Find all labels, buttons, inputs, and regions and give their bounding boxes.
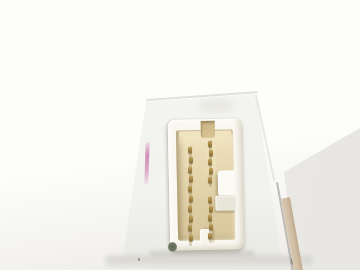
green-smudge (168, 242, 177, 252)
pin-left (189, 176, 193, 182)
pin-right (209, 224, 213, 230)
pin-right (208, 141, 212, 147)
pin-right (208, 159, 212, 165)
dust-speck-left (138, 258, 140, 261)
side-key-tab-lower (215, 195, 235, 210)
pin-left (188, 225, 192, 231)
bottom-shadow (106, 256, 312, 268)
pin-left (188, 167, 192, 173)
pin-left (189, 235, 193, 241)
pin-left (188, 206, 192, 212)
pin-right (208, 233, 212, 239)
pin-right (209, 150, 213, 156)
pin-left (188, 186, 192, 192)
pin-right (208, 215, 212, 221)
pin-right (209, 168, 213, 174)
pin-right (209, 206, 213, 212)
side-key-tab-upper (218, 170, 236, 195)
surface-smudge (198, 100, 234, 112)
pin-left (189, 157, 193, 163)
photo-stage (0, 0, 360, 270)
pin-right (208, 197, 212, 203)
pin-left (189, 216, 193, 222)
keying-notch-top (201, 121, 215, 138)
pin-left (189, 196, 193, 202)
socket-frame (168, 118, 245, 251)
pin-left (188, 147, 192, 153)
pin-right (208, 177, 212, 183)
